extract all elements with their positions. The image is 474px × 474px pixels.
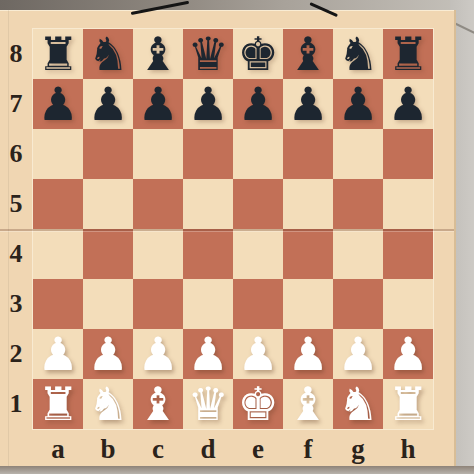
square-h3[interactable] [383,279,433,329]
chess-demo-board: 87654321 ♜♞♝♛♚♝♞♜♟♟♟♟♟♟♟♟♟♟♟♟♟♟♟♟♜♞♝♛♚♝♞… [0,10,456,468]
piece-white-king[interactable]: ♚ [237,379,278,429]
rank-label-1: 1 [0,379,32,429]
piece-white-queen[interactable]: ♛ [187,379,228,429]
rank-label-3: 3 [0,279,32,329]
rank-label-5: 5 [0,179,32,229]
square-e8[interactable]: ♚ [233,29,283,79]
square-f4[interactable] [283,229,333,279]
square-c2[interactable]: ♟ [133,329,183,379]
piece-black-rook[interactable]: ♜ [37,29,78,79]
piece-black-queen[interactable]: ♛ [187,29,228,79]
square-h1[interactable]: ♜ [383,379,433,429]
piece-black-bishop[interactable]: ♝ [137,29,178,79]
piece-white-pawn[interactable]: ♟ [187,329,228,379]
file-label-e: e [233,431,283,467]
square-h2[interactable]: ♟ [383,329,433,379]
square-d2[interactable]: ♟ [183,329,233,379]
piece-black-pawn[interactable]: ♟ [237,79,278,129]
square-h4[interactable] [383,229,433,279]
square-a2[interactable]: ♟ [33,329,83,379]
square-c5[interactable] [133,179,183,229]
square-f6[interactable] [283,129,333,179]
piece-black-pawn[interactable]: ♟ [137,79,178,129]
piece-black-king[interactable]: ♚ [237,29,278,79]
piece-black-pawn[interactable]: ♟ [387,79,428,129]
piece-white-pawn[interactable]: ♟ [237,329,278,379]
square-g3[interactable] [333,279,383,329]
rank-label-4: 4 [0,229,32,279]
square-h7[interactable]: ♟ [383,79,433,129]
rank-label-8: 8 [0,29,32,79]
piece-white-pawn[interactable]: ♟ [137,329,178,379]
piece-white-knight[interactable]: ♞ [87,379,128,429]
piece-white-pawn[interactable]: ♟ [287,329,328,379]
file-labels: abcdefgh [33,431,433,467]
square-b3[interactable] [83,279,133,329]
square-e6[interactable] [233,129,283,179]
rank-label-6: 6 [0,129,32,179]
piece-black-pawn[interactable]: ♟ [87,79,128,129]
square-a6[interactable] [33,129,83,179]
square-a7[interactable]: ♟ [33,79,83,129]
square-g8[interactable]: ♞ [333,29,383,79]
piece-black-knight[interactable]: ♞ [337,29,378,79]
square-f2[interactable]: ♟ [283,329,333,379]
square-a5[interactable] [33,179,83,229]
piece-black-pawn[interactable]: ♟ [337,79,378,129]
square-b1[interactable]: ♞ [83,379,133,429]
piece-white-bishop[interactable]: ♝ [287,379,328,429]
square-f8[interactable]: ♝ [283,29,333,79]
square-g1[interactable]: ♞ [333,379,383,429]
square-b8[interactable]: ♞ [83,29,133,79]
square-b6[interactable] [83,129,133,179]
square-c6[interactable] [133,129,183,179]
square-e1[interactable]: ♚ [233,379,283,429]
file-label-h: h [383,431,433,467]
file-label-c: c [133,431,183,467]
square-b7[interactable]: ♟ [83,79,133,129]
file-label-g: g [333,431,383,467]
square-e2[interactable]: ♟ [233,329,283,379]
file-label-d: d [183,431,233,467]
square-d8[interactable]: ♛ [183,29,233,79]
square-e5[interactable] [233,179,283,229]
file-label-b: b [83,431,133,467]
square-f7[interactable]: ♟ [283,79,333,129]
square-c8[interactable]: ♝ [133,29,183,79]
square-c3[interactable] [133,279,183,329]
rank-label-2: 2 [0,329,32,379]
piece-white-pawn[interactable]: ♟ [37,329,78,379]
rank-label-7: 7 [0,79,32,129]
file-label-a: a [33,431,83,467]
square-b2[interactable]: ♟ [83,329,133,379]
piece-white-rook[interactable]: ♜ [37,379,78,429]
piece-white-pawn[interactable]: ♟ [337,329,378,379]
square-g4[interactable] [333,229,383,279]
square-b5[interactable] [83,179,133,229]
square-e3[interactable] [233,279,283,329]
square-d6[interactable] [183,129,233,179]
square-d3[interactable] [183,279,233,329]
piece-black-pawn[interactable]: ♟ [287,79,328,129]
square-b4[interactable] [83,229,133,279]
piece-white-rook[interactable]: ♜ [387,379,428,429]
square-g2[interactable]: ♟ [333,329,383,379]
piece-white-pawn[interactable]: ♟ [87,329,128,379]
square-f1[interactable]: ♝ [283,379,333,429]
square-a1[interactable]: ♜ [33,379,83,429]
square-a3[interactable] [33,279,83,329]
square-e4[interactable] [233,229,283,279]
file-label-f: f [283,431,333,467]
piece-black-rook[interactable]: ♜ [387,29,428,79]
piece-black-bishop[interactable]: ♝ [287,29,328,79]
square-g6[interactable] [333,129,383,179]
piece-black-pawn[interactable]: ♟ [37,79,78,129]
square-c1[interactable]: ♝ [133,379,183,429]
piece-black-knight[interactable]: ♞ [87,29,128,79]
square-a4[interactable] [33,229,83,279]
piece-white-pawn[interactable]: ♟ [387,329,428,379]
square-h8[interactable]: ♜ [383,29,433,79]
square-f5[interactable] [283,179,333,229]
piece-black-pawn[interactable]: ♟ [187,79,228,129]
square-g7[interactable]: ♟ [333,79,383,129]
square-c4[interactable] [133,229,183,279]
board-bottom-shadow [0,466,474,474]
square-a8[interactable]: ♜ [33,29,83,79]
piece-white-bishop[interactable]: ♝ [137,379,178,429]
square-d1[interactable]: ♛ [183,379,233,429]
square-f3[interactable] [283,279,333,329]
square-h5[interactable] [383,179,433,229]
square-d7[interactable]: ♟ [183,79,233,129]
photo-scene: 87654321 ♜♞♝♛♚♝♞♜♟♟♟♟♟♟♟♟♟♟♟♟♟♟♟♟♜♞♝♛♚♝♞… [0,0,474,474]
board-fold-seam [0,229,454,231]
square-g5[interactable] [333,179,383,229]
square-c7[interactable]: ♟ [133,79,183,129]
square-e7[interactable]: ♟ [233,79,283,129]
square-h6[interactable] [383,129,433,179]
square-d4[interactable] [183,229,233,279]
piece-white-knight[interactable]: ♞ [337,379,378,429]
square-d5[interactable] [183,179,233,229]
